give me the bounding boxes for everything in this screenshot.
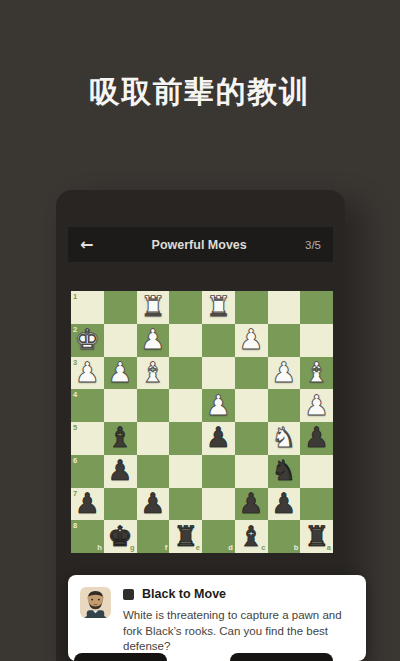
square-e2[interactable] [169, 324, 202, 357]
coach-text-block: Black to Move White is threatening to ca… [123, 585, 354, 655]
square-b7[interactable]: ♟ [268, 488, 301, 521]
coach-avatar [80, 587, 111, 618]
coach-message: White is threatening to capture a pawn a… [123, 608, 359, 655]
headline: 吸取前辈的教训 [0, 72, 400, 113]
square-f8[interactable]: f [137, 520, 170, 553]
square-f7[interactable]: ♟ [137, 488, 170, 521]
square-h8[interactable]: 8h [71, 520, 104, 553]
square-g2[interactable] [104, 324, 137, 357]
black-rook[interactable]: ♜ [169, 520, 202, 553]
square-a5[interactable]: ♟ [300, 422, 333, 455]
square-c5[interactable] [235, 422, 268, 455]
black-bishop[interactable]: ♝ [235, 520, 268, 553]
square-h6[interactable]: 6 [71, 455, 104, 488]
square-e3[interactable] [169, 357, 202, 390]
square-b5[interactable]: ♞ [268, 422, 301, 455]
rank-label: 8 [73, 522, 77, 530]
square-h2[interactable]: 2♚ [71, 324, 104, 357]
square-f6[interactable] [137, 455, 170, 488]
black-pawn[interactable]: ♟ [268, 488, 301, 521]
square-b4[interactable] [268, 389, 301, 422]
black-king[interactable]: ♚ [104, 520, 137, 553]
square-d1[interactable]: ♜ [202, 291, 235, 324]
square-a6[interactable] [300, 455, 333, 488]
square-e6[interactable] [169, 455, 202, 488]
square-a8[interactable]: a♜ [300, 520, 333, 553]
square-f4[interactable] [137, 389, 170, 422]
square-c4[interactable] [235, 389, 268, 422]
square-f2[interactable]: ♟ [137, 324, 170, 357]
square-e4[interactable] [169, 389, 202, 422]
white-pawn[interactable]: ♟ [202, 389, 235, 422]
square-g8[interactable]: g♚ [104, 520, 137, 553]
square-b6[interactable]: ♞ [268, 455, 301, 488]
rank-label: 6 [73, 457, 77, 465]
white-king[interactable]: ♚ [71, 324, 104, 357]
black-pawn[interactable]: ♟ [235, 488, 268, 521]
coach-panel: Black to Move White is threatening to ca… [68, 575, 366, 661]
square-c2[interactable]: ♟ [235, 324, 268, 357]
white-pawn[interactable]: ♟ [71, 357, 104, 390]
white-bishop[interactable]: ♝ [137, 357, 170, 390]
square-d4[interactable]: ♟ [202, 389, 235, 422]
back-button[interactable]: ← [80, 237, 93, 253]
black-bishop[interactable]: ♝ [104, 422, 137, 455]
chess-board: 1♜♜2♚♟♟3♟♟♝♟♝4♟♟5♝♟♞♟6♟♞7♟♟♟♟8hg♚fe♜dc♝b… [71, 291, 333, 553]
white-rook[interactable]: ♜ [202, 291, 235, 324]
bottom-button-left[interactable] [74, 653, 167, 661]
rank-label: 4 [73, 391, 77, 399]
square-g7[interactable] [104, 488, 137, 521]
square-b2[interactable] [268, 324, 301, 357]
square-d2[interactable] [202, 324, 235, 357]
square-h7[interactable]: 7♟ [71, 488, 104, 521]
white-rook[interactable]: ♜ [137, 291, 170, 324]
square-g1[interactable] [104, 291, 137, 324]
square-a3[interactable]: ♝ [300, 357, 333, 390]
square-h5[interactable]: 5 [71, 422, 104, 455]
file-label: d [228, 544, 233, 552]
white-pawn[interactable]: ♟ [104, 357, 137, 390]
square-c8[interactable]: c♝ [235, 520, 268, 553]
black-pawn[interactable]: ♟ [137, 488, 170, 521]
square-h3[interactable]: 3♟ [71, 357, 104, 390]
white-knight[interactable]: ♞ [268, 422, 301, 455]
square-a4[interactable]: ♟ [300, 389, 333, 422]
white-bishop[interactable]: ♝ [300, 357, 333, 390]
rank-label: 5 [73, 424, 77, 432]
white-pawn[interactable]: ♟ [137, 324, 170, 357]
coach-avatar-image [80, 587, 111, 618]
turn-indicator: Black to Move [142, 587, 226, 601]
puzzle-title: Powerful Moves [93, 238, 305, 252]
rank-label: 1 [73, 293, 77, 301]
file-label: h [97, 544, 102, 552]
square-e7[interactable] [169, 488, 202, 521]
square-c7[interactable]: ♟ [235, 488, 268, 521]
square-h1[interactable]: 1 [71, 291, 104, 324]
square-g5[interactable]: ♝ [104, 422, 137, 455]
turn-indicator-row: Black to Move [123, 587, 354, 601]
black-pawn[interactable]: ♟ [300, 422, 333, 455]
white-pawn[interactable]: ♟ [300, 389, 333, 422]
white-pawn[interactable]: ♟ [268, 357, 301, 390]
square-e8[interactable]: e♜ [169, 520, 202, 553]
square-g4[interactable] [104, 389, 137, 422]
square-d3[interactable] [202, 357, 235, 390]
black-pawn[interactable]: ♟ [202, 422, 235, 455]
black-square-icon [123, 589, 134, 600]
square-b3[interactable]: ♟ [268, 357, 301, 390]
square-f3[interactable]: ♝ [137, 357, 170, 390]
square-g3[interactable]: ♟ [104, 357, 137, 390]
black-pawn[interactable]: ♟ [104, 455, 137, 488]
square-c6[interactable] [235, 455, 268, 488]
file-label: b [294, 544, 299, 552]
square-d6[interactable] [202, 455, 235, 488]
square-f5[interactable] [137, 422, 170, 455]
square-a2[interactable] [300, 324, 333, 357]
black-pawn[interactable]: ♟ [71, 488, 104, 521]
square-c3[interactable] [235, 357, 268, 390]
puzzle-progress: 3/5 [305, 239, 321, 251]
square-h4[interactable]: 4 [71, 389, 104, 422]
square-d7[interactable] [202, 488, 235, 521]
square-e1[interactable] [169, 291, 202, 324]
square-d8[interactable]: d [202, 520, 235, 553]
black-knight[interactable]: ♞ [268, 455, 301, 488]
square-a7[interactable] [300, 488, 333, 521]
square-d5[interactable]: ♟ [202, 422, 235, 455]
white-pawn[interactable]: ♟ [235, 324, 268, 357]
square-g6[interactable]: ♟ [104, 455, 137, 488]
square-e5[interactable] [169, 422, 202, 455]
file-label: f [165, 544, 168, 552]
onboarding-screen: 吸取前辈的教训 ← Powerful Moves 3/5 1♜♜2♚♟♟3♟♟♝… [0, 0, 400, 661]
bottom-button-right[interactable] [230, 653, 333, 661]
square-b8[interactable]: b [268, 520, 301, 553]
puzzle-header: ← Powerful Moves 3/5 [68, 227, 333, 262]
square-a1[interactable] [300, 291, 333, 324]
square-f1[interactable]: ♜ [137, 291, 170, 324]
square-c1[interactable] [235, 291, 268, 324]
square-b1[interactable] [268, 291, 301, 324]
black-rook[interactable]: ♜ [300, 520, 333, 553]
